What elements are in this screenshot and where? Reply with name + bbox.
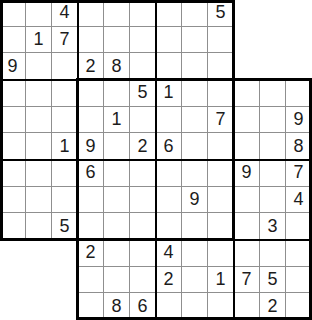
cell-r1c3: 4 [52,0,78,27]
cell-r4c12[interactable] [286,80,312,107]
cell-r12c9[interactable] [208,293,234,320]
cell-r7c6[interactable] [130,160,156,187]
cell-r5c1[interactable] [0,107,26,134]
cell-r11c5[interactable] [104,267,130,294]
cell-r2c6[interactable] [130,27,156,54]
cell-r1c11 [260,0,286,27]
cell-r12c6: 6 [130,293,156,320]
cell-r8c3[interactable] [52,187,78,214]
cell-r1c4[interactable] [78,0,104,27]
cell-r10c11[interactable] [260,240,286,267]
cell-r6c11[interactable] [260,133,286,160]
cell-r8c8: 9 [182,187,208,214]
cell-r6c6: 2 [130,133,156,160]
cell-r1c1[interactable] [0,0,26,27]
cell-r10c8[interactable] [182,240,208,267]
cell-r8c9[interactable] [208,187,234,214]
cell-r2c4[interactable] [78,27,104,54]
cell-r11c4[interactable] [78,267,104,294]
cell-r9c8[interactable] [182,213,208,240]
cell-r6c1[interactable] [0,133,26,160]
cell-r7c10: 9 [234,160,260,187]
cell-r1c8[interactable] [182,0,208,27]
cell-r8c11[interactable] [260,187,286,214]
cell-r12c2 [26,293,52,320]
cell-r11c2 [26,267,52,294]
cell-r6c9[interactable] [208,133,234,160]
cell-r2c7[interactable] [156,27,182,54]
cell-r3c1: 9 [0,53,26,80]
cell-r6c3: 1 [52,133,78,160]
cell-r10c10[interactable] [234,240,260,267]
cell-r6c5[interactable] [104,133,130,160]
cell-r2c8[interactable] [182,27,208,54]
cell-r10c2 [26,240,52,267]
cell-r8c2[interactable] [26,187,52,214]
cell-r7c4: 6 [78,160,104,187]
cell-r6c7: 6 [156,133,182,160]
cell-r8c6[interactable] [130,187,156,214]
cell-r9c7[interactable] [156,213,182,240]
cell-r2c9[interactable] [208,27,234,54]
cell-r4c4[interactable] [78,80,104,107]
cell-r9c5[interactable] [104,213,130,240]
twin-sudoku-board: 451792851179192686979453242175862 [0,0,312,320]
cell-r4c11[interactable] [260,80,286,107]
cell-r7c3[interactable] [52,160,78,187]
cell-r5c12: 9 [286,107,312,134]
cell-r11c7: 2 [156,267,182,294]
cell-r12c4[interactable] [78,293,104,320]
cell-r12c11: 2 [260,293,286,320]
cell-r1c12 [286,0,312,27]
cell-r12c8[interactable] [182,293,208,320]
cell-r2c2: 1 [26,27,52,54]
cell-r9c9[interactable] [208,213,234,240]
cell-r9c2[interactable] [26,213,52,240]
cell-r10c7: 4 [156,240,182,267]
cell-r4c5[interactable] [104,80,130,107]
cell-r1c5[interactable] [104,0,130,27]
cell-r3c9[interactable] [208,53,234,80]
cell-r11c1 [0,267,26,294]
cell-r1c7[interactable] [156,0,182,27]
cell-r7c8[interactable] [182,160,208,187]
cell-r12c7[interactable] [156,293,182,320]
cell-r4c2[interactable] [26,80,52,107]
cell-r4c10[interactable] [234,80,260,107]
cell-r1c6[interactable] [130,0,156,27]
cell-r5c4[interactable] [78,107,104,134]
cell-r5c2[interactable] [26,107,52,134]
cell-r11c9: 1 [208,267,234,294]
cell-r3c5: 8 [104,53,130,80]
cell-grid: 451792851179192686979453242175862 [0,0,312,320]
cell-r9c6[interactable] [130,213,156,240]
cell-r2c5[interactable] [104,27,130,54]
cell-r4c8[interactable] [182,80,208,107]
cell-r3c4: 2 [78,53,104,80]
cell-r10c4: 2 [78,240,104,267]
cell-r10c3 [52,240,78,267]
cell-r12c3 [52,293,78,320]
cell-r9c10[interactable] [234,213,260,240]
cell-r4c9[interactable] [208,80,234,107]
cell-r11c6[interactable] [130,267,156,294]
cell-r3c8[interactable] [182,53,208,80]
cell-r4c1[interactable] [0,80,26,107]
cell-r1c9: 5 [208,0,234,27]
cell-r6c4: 9 [78,133,104,160]
cell-r5c5: 1 [104,107,130,134]
cell-r7c5[interactable] [104,160,130,187]
cell-r7c1[interactable] [0,160,26,187]
cell-r2c1[interactable] [0,27,26,54]
cell-r7c12: 7 [286,160,312,187]
cell-r12c10[interactable] [234,293,260,320]
cell-r1c10 [234,0,260,27]
cell-r8c10[interactable] [234,187,260,214]
cell-r3c7[interactable] [156,53,182,80]
cell-r6c2[interactable] [26,133,52,160]
cell-r11c8[interactable] [182,267,208,294]
cell-r3c2[interactable] [26,53,52,80]
cell-r1c2[interactable] [26,0,52,27]
cell-r4c6: 5 [130,80,156,107]
cell-r2c3: 7 [52,27,78,54]
cell-r10c1 [0,240,26,267]
cell-r3c10 [234,53,260,80]
cell-r2c11 [260,27,286,54]
cell-r3c6[interactable] [130,53,156,80]
cell-r11c3 [52,267,78,294]
cell-r7c2[interactable] [26,160,52,187]
cell-r5c7[interactable] [156,107,182,134]
cell-r10c9[interactable] [208,240,234,267]
cell-r9c3: 5 [52,213,78,240]
cell-r10c12[interactable] [286,240,312,267]
cell-r7c9[interactable] [208,160,234,187]
cell-r3c3[interactable] [52,53,78,80]
cell-r3c12 [286,53,312,80]
cell-r8c1[interactable] [0,187,26,214]
cell-r6c8[interactable] [182,133,208,160]
cell-r5c8[interactable] [182,107,208,134]
cell-r12c5: 8 [104,293,130,320]
cell-r5c9: 7 [208,107,234,134]
cell-r5c10[interactable] [234,107,260,134]
cell-r6c10[interactable] [234,133,260,160]
cell-r2c10 [234,27,260,54]
cell-r5c11[interactable] [260,107,286,134]
cell-r3c11 [260,53,286,80]
cell-r2c12 [286,27,312,54]
cell-r11c10: 7 [234,267,260,294]
cell-r12c12[interactable] [286,293,312,320]
cell-r8c4[interactable] [78,187,104,214]
cell-r4c3[interactable] [52,80,78,107]
cell-r8c7[interactable] [156,187,182,214]
cell-r7c11[interactable] [260,160,286,187]
cell-r8c12: 4 [286,187,312,214]
cell-r9c1[interactable] [0,213,26,240]
cell-r10c5[interactable] [104,240,130,267]
cell-r7c7[interactable] [156,160,182,187]
cell-r9c12[interactable] [286,213,312,240]
cell-r4c7: 1 [156,80,182,107]
cell-r11c12[interactable] [286,267,312,294]
cell-r6c12: 8 [286,133,312,160]
cell-r9c4[interactable] [78,213,104,240]
cell-r10c6[interactable] [130,240,156,267]
cell-r5c6[interactable] [130,107,156,134]
cell-r11c11: 5 [260,267,286,294]
cell-r12c1 [0,293,26,320]
cell-r8c5[interactable] [104,187,130,214]
cell-r9c11: 3 [260,213,286,240]
cell-r5c3[interactable] [52,107,78,134]
